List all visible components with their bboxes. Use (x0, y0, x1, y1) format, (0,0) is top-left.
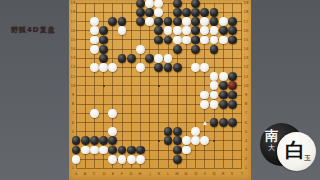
row-label-left: 8 (71, 102, 73, 106)
stone-black (228, 72, 237, 81)
star-point (103, 85, 105, 87)
star-point (213, 140, 215, 142)
stone-black (200, 8, 209, 17)
stone-white (136, 63, 145, 72)
stone-black (210, 118, 219, 127)
row-label-right: 8 (245, 102, 247, 106)
stone-black (108, 136, 117, 145)
stone-black (173, 45, 182, 54)
stone-white (200, 91, 209, 100)
stone-white (81, 146, 90, 155)
stone-black (164, 127, 173, 136)
col-label-bottom: Q (212, 172, 215, 176)
stone-black (108, 146, 117, 155)
stone-white (108, 127, 117, 136)
stone-black (191, 45, 200, 54)
row-label-left: 12 (70, 66, 75, 70)
row-label-right: 6 (245, 121, 247, 125)
stone-white (90, 63, 99, 72)
row-label-left: 6 (71, 121, 73, 125)
stone-white (136, 155, 145, 164)
stone-white (108, 155, 117, 164)
row-label-left: 10 (70, 84, 75, 88)
stone-black (154, 17, 163, 26)
stone-white (210, 100, 219, 109)
stone-black (173, 127, 182, 136)
stone-white (210, 91, 219, 100)
row-label-right: 2 (245, 157, 247, 161)
col-label-bottom: L (167, 172, 169, 176)
stone-black (228, 26, 237, 35)
stone-black (173, 17, 182, 26)
col-label-bottom: M (175, 172, 178, 176)
stone-black (219, 81, 228, 90)
stone-black (118, 146, 127, 155)
row-label-right: 1 (245, 166, 247, 170)
row-label-right: 12 (244, 66, 249, 70)
stone-black (72, 136, 81, 145)
col-label-bottom: G (130, 172, 133, 176)
stone-white (118, 155, 127, 164)
grid-line-h (76, 159, 242, 160)
stone-black (99, 45, 108, 54)
stone-black (99, 54, 108, 63)
stone-black (173, 136, 182, 145)
stone-white (90, 17, 99, 26)
stone-white (90, 109, 99, 118)
stone-white (154, 8, 163, 17)
stone-white (200, 100, 209, 109)
stone-white (127, 155, 136, 164)
stone-white (200, 63, 209, 72)
stone-black (136, 8, 145, 17)
stone-black (219, 118, 228, 127)
stone-black-red-marked (228, 81, 237, 90)
row-label-right: 5 (245, 130, 247, 134)
grid-line-h (76, 131, 242, 132)
stone-white (145, 0, 154, 8)
stone-white (210, 36, 219, 45)
row-label-right: 10 (244, 84, 249, 88)
stone-black (164, 136, 173, 145)
logo-white-char-small: 玉 (304, 155, 311, 162)
stone-white (90, 146, 99, 155)
stone-white (72, 155, 81, 164)
col-label-bottom: E (112, 172, 114, 176)
grid-line-h (76, 168, 242, 169)
row-label-right: 14 (244, 47, 249, 51)
stone-black (228, 100, 237, 109)
row-label-left: 16 (70, 29, 75, 33)
stone-black (191, 36, 200, 45)
stone-white (219, 17, 228, 26)
stone-white (200, 17, 209, 26)
stone-black (108, 17, 117, 26)
stone-black (136, 17, 145, 26)
stone-black (136, 0, 145, 8)
stone-black (127, 146, 136, 155)
col-label-bottom: C (93, 172, 96, 176)
stone-black (90, 136, 99, 145)
stone-white (154, 54, 163, 63)
logo-white-char-main: 白 (285, 139, 305, 161)
col-label-bottom: N (185, 172, 188, 176)
row-label-right: 4 (245, 139, 247, 143)
stone-black (173, 146, 182, 155)
stone-white (200, 26, 209, 35)
stone-black (219, 91, 228, 100)
stone-black (99, 36, 108, 45)
stone-white (200, 36, 209, 45)
stone-black (210, 45, 219, 54)
stone-black (191, 0, 200, 8)
stone-white (182, 36, 191, 45)
stone-white (99, 63, 108, 72)
row-label-right: 13 (244, 56, 249, 60)
go-board[interactable]: 1919181817171616151514141313121211111010… (69, 0, 251, 180)
col-label-bottom: S (231, 172, 233, 176)
col-label-bottom: O (194, 172, 197, 176)
row-label-right: 17 (244, 20, 249, 24)
stone-black (191, 26, 200, 35)
row-label-right: 19 (244, 1, 249, 5)
col-label-bottom: H (139, 172, 142, 176)
stone-black (210, 8, 219, 17)
stone-black (228, 118, 237, 127)
row-label-left: 5 (71, 130, 73, 134)
row-label-left: 13 (70, 56, 75, 60)
screenshot-stage: 野狐4D复盘 191918181717161615151414131312121… (0, 0, 320, 180)
channel-logo: 南 大 白 玉 (260, 123, 312, 173)
stone-black (219, 26, 228, 35)
stone-black (228, 17, 237, 26)
stone-black (228, 36, 237, 45)
stone-white (108, 63, 117, 72)
stone-white (99, 146, 108, 155)
row-label-left: 1 (71, 166, 73, 170)
row-label-left: 17 (70, 20, 75, 24)
row-label-left: 11 (70, 75, 75, 79)
stone-white (210, 81, 219, 90)
row-label-right: 3 (245, 148, 247, 152)
logo-black-char-main: 南 (265, 129, 278, 142)
stone-black (173, 63, 182, 72)
col-label-bottom: B (84, 172, 87, 176)
stone-black (154, 36, 163, 45)
stone-white (164, 26, 173, 35)
stone-black (191, 8, 200, 17)
row-label-right: 16 (244, 29, 249, 33)
stone-black (164, 17, 173, 26)
stone-white (145, 17, 154, 26)
stone-black (145, 8, 154, 17)
col-label-bottom: A (75, 172, 78, 176)
stone-black (81, 136, 90, 145)
caption-text: 野狐4D复盘 (11, 25, 65, 35)
stone-black (173, 0, 182, 8)
col-label-bottom: R (222, 172, 225, 176)
row-label-left: 18 (70, 11, 75, 15)
stone-white (154, 0, 163, 8)
triangle-marker (203, 121, 207, 125)
col-label-bottom: T (240, 172, 242, 176)
logo-white-stone: 白 玉 (277, 132, 316, 171)
stone-white (108, 109, 117, 118)
grid-line-h (76, 113, 242, 114)
stone-white (191, 63, 200, 72)
stone-black (154, 63, 163, 72)
stone-black (145, 54, 154, 63)
stone-white (219, 36, 228, 45)
stone-black (173, 8, 182, 17)
stone-black (72, 146, 81, 155)
stone-black (173, 155, 182, 164)
row-label-right: 9 (245, 93, 247, 97)
stone-white (164, 54, 173, 63)
stone-black (228, 91, 237, 100)
stone-white (191, 136, 200, 145)
row-label-right: 15 (244, 38, 249, 42)
stone-white (173, 36, 182, 45)
stone-white (173, 26, 182, 35)
row-label-right: 18 (244, 11, 249, 15)
stone-black (99, 26, 108, 35)
stone-black (219, 100, 228, 109)
stone-white (219, 72, 228, 81)
stone-black (154, 26, 163, 35)
stone-white (90, 36, 99, 45)
stone-white (182, 26, 191, 35)
row-label-left: 7 (71, 111, 73, 115)
stone-white (182, 17, 191, 26)
stone-black (136, 146, 145, 155)
stone-white (90, 26, 99, 35)
row-label-left: 14 (70, 47, 75, 51)
stone-black (118, 54, 127, 63)
stone-black (99, 136, 108, 145)
stone-white (90, 45, 99, 54)
stone-black (118, 17, 127, 26)
stone-white (210, 26, 219, 35)
row-label-left: 15 (70, 38, 75, 42)
stone-black (210, 17, 219, 26)
col-label-bottom: K (158, 172, 161, 176)
stone-white (210, 72, 219, 81)
col-label-bottom: F (121, 172, 123, 176)
col-label-bottom: P (204, 172, 206, 176)
stone-black (191, 17, 200, 26)
stone-black (164, 36, 173, 45)
row-label-left: 19 (70, 1, 75, 5)
row-label-right: 7 (245, 111, 247, 115)
logo-black-char-small: 大 (268, 145, 275, 152)
stone-white (182, 146, 191, 155)
star-point (158, 140, 160, 142)
stone-white (136, 45, 145, 54)
stone-white (182, 136, 191, 145)
col-label-bottom: J (149, 172, 150, 176)
row-label-right: 11 (244, 75, 249, 79)
stone-white (200, 136, 209, 145)
grid-line-v (241, 3, 242, 168)
stone-white (118, 26, 127, 35)
stone-black (164, 63, 173, 72)
stone-black (127, 54, 136, 63)
stone-white (191, 127, 200, 136)
col-label-bottom: D (102, 172, 105, 176)
star-point (158, 85, 160, 87)
stone-black (182, 8, 191, 17)
row-label-left: 9 (71, 93, 73, 97)
